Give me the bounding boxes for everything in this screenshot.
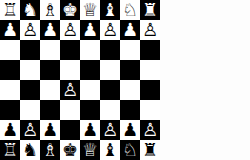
black-pawn[interactable]: ♟ [122, 120, 138, 140]
side-panel [160, 0, 250, 160]
square-b3[interactable] [120, 40, 140, 60]
white-rook[interactable]: ♜ [142, 0, 158, 20]
square-h4[interactable] [0, 60, 20, 80]
square-a2[interactable]: ♙ [140, 20, 160, 40]
square-h5[interactable] [0, 80, 20, 100]
square-b5[interactable] [120, 80, 140, 100]
square-d7[interactable]: ♟ [80, 120, 100, 140]
square-a4[interactable] [140, 60, 160, 80]
square-c6[interactable] [100, 100, 120, 120]
white-pawn[interactable]: ♟ [122, 20, 138, 40]
square-g6[interactable] [20, 100, 40, 120]
black-bishop[interactable]: ♗ [42, 140, 58, 160]
square-f3[interactable] [40, 40, 60, 60]
square-d6[interactable] [80, 100, 100, 120]
square-b1[interactable]: ♘ [120, 0, 140, 20]
white-bishop[interactable]: ♗ [42, 0, 58, 20]
square-g8[interactable]: ♞ [20, 140, 40, 160]
square-h7[interactable]: ♟ [0, 120, 20, 140]
square-f8[interactable]: ♗ [40, 140, 60, 160]
black-knight[interactable]: ♘ [122, 140, 138, 160]
square-g4[interactable] [20, 60, 40, 80]
square-a7[interactable]: ♙ [140, 120, 160, 140]
square-f2[interactable]: ♟ [40, 20, 60, 40]
square-a6[interactable] [140, 100, 160, 120]
black-pawn[interactable]: ♙ [62, 80, 78, 100]
square-h6[interactable] [0, 100, 20, 120]
chess-board: ♖♞♗♚♕♝♘♜♟♙♟♙♟♙♟♙♙♟♙♟♟♙♟♙♖♞♗♚♕♝♘♜ [0, 0, 160, 160]
square-f6[interactable] [40, 100, 60, 120]
square-g2[interactable]: ♙ [20, 20, 40, 40]
square-d3[interactable] [80, 40, 100, 60]
black-pawn[interactable]: ♙ [142, 120, 158, 140]
white-pawn[interactable]: ♙ [22, 20, 38, 40]
square-e3[interactable] [60, 40, 80, 60]
square-b6[interactable] [120, 100, 140, 120]
square-a3[interactable] [140, 40, 160, 60]
black-pawn[interactable]: ♙ [102, 120, 118, 140]
square-b7[interactable]: ♟ [120, 120, 140, 140]
square-e6[interactable] [60, 100, 80, 120]
square-f5[interactable] [40, 80, 60, 100]
black-pawn[interactable]: ♟ [2, 120, 18, 140]
black-pawn[interactable]: ♟ [42, 120, 58, 140]
black-queen[interactable]: ♕ [82, 140, 98, 160]
square-e2[interactable]: ♙ [60, 20, 80, 40]
white-pawn[interactable]: ♙ [102, 20, 118, 40]
square-g3[interactable] [20, 40, 40, 60]
white-pawn[interactable]: ♟ [42, 20, 58, 40]
black-king[interactable]: ♚ [62, 140, 78, 160]
square-c2[interactable]: ♙ [100, 20, 120, 40]
square-h3[interactable] [0, 40, 20, 60]
square-h8[interactable]: ♖ [0, 140, 20, 160]
white-knight[interactable]: ♘ [122, 0, 138, 20]
square-d1[interactable]: ♕ [80, 0, 100, 20]
square-a5[interactable] [140, 80, 160, 100]
square-g1[interactable]: ♞ [20, 0, 40, 20]
black-bishop[interactable]: ♝ [102, 140, 118, 160]
square-b4[interactable] [120, 60, 140, 80]
white-knight[interactable]: ♞ [22, 0, 38, 20]
white-bishop[interactable]: ♝ [102, 0, 118, 20]
square-a8[interactable]: ♜ [140, 140, 160, 160]
square-f4[interactable] [40, 60, 60, 80]
black-pawn[interactable]: ♟ [82, 120, 98, 140]
black-rook[interactable]: ♜ [142, 140, 158, 160]
square-c4[interactable] [100, 60, 120, 80]
square-f7[interactable]: ♟ [40, 120, 60, 140]
black-rook[interactable]: ♖ [2, 140, 18, 160]
square-c8[interactable]: ♝ [100, 140, 120, 160]
square-b8[interactable]: ♘ [120, 140, 140, 160]
square-e8[interactable]: ♚ [60, 140, 80, 160]
white-pawn[interactable]: ♙ [142, 20, 158, 40]
white-pawn[interactable]: ♟ [82, 20, 98, 40]
square-b2[interactable]: ♟ [120, 20, 140, 40]
white-pawn[interactable]: ♙ [62, 20, 78, 40]
square-e1[interactable]: ♚ [60, 0, 80, 20]
square-d4[interactable] [80, 60, 100, 80]
square-e5[interactable]: ♙ [60, 80, 80, 100]
square-g5[interactable] [20, 80, 40, 100]
square-a1[interactable]: ♜ [140, 0, 160, 20]
square-c1[interactable]: ♝ [100, 0, 120, 20]
square-d5[interactable] [80, 80, 100, 100]
square-f1[interactable]: ♗ [40, 0, 60, 20]
square-c3[interactable] [100, 40, 120, 60]
white-pawn[interactable]: ♟ [2, 20, 18, 40]
square-g7[interactable]: ♙ [20, 120, 40, 140]
square-e7[interactable] [60, 120, 80, 140]
square-h2[interactable]: ♟ [0, 20, 20, 40]
white-queen[interactable]: ♕ [82, 0, 98, 20]
square-e4[interactable] [60, 60, 80, 80]
chess-app-window: ♖♞♗♚♕♝♘♜♟♙♟♙♟♙♟♙♙♟♙♟♟♙♟♙♖♞♗♚♕♝♘♜ [0, 0, 250, 160]
square-d8[interactable]: ♕ [80, 140, 100, 160]
square-d2[interactable]: ♟ [80, 20, 100, 40]
square-h1[interactable]: ♖ [0, 0, 20, 20]
square-c5[interactable] [100, 80, 120, 100]
black-knight[interactable]: ♞ [22, 140, 38, 160]
black-pawn[interactable]: ♙ [22, 120, 38, 140]
square-c7[interactable]: ♙ [100, 120, 120, 140]
white-king[interactable]: ♚ [62, 0, 78, 20]
white-rook[interactable]: ♖ [2, 0, 18, 20]
